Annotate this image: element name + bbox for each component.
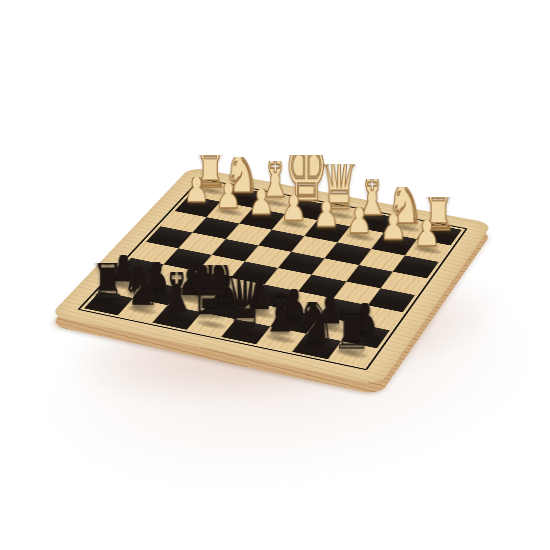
board-3d-stage: ♜♞♝♛♚♝♞♜♟♟♟♟♟♟♟♟♟♟♟♟♟♟♟♟♜♞♝♛♚♝♞♜ <box>0 0 550 550</box>
black-rook-glyph: ♜ <box>288 313 415 355</box>
white-pawn-glyph: ♟ <box>368 220 487 251</box>
product-photo-scene: ♜♞♝♛♚♝♞♜♟♟♟♟♟♟♟♟♟♟♟♟♟♟♟♟♜♞♝♛♚♝♞♜ <box>0 0 550 550</box>
chess-board: ♜♞♝♛♚♝♞♜♟♟♟♟♟♟♟♟♟♟♟♟♟♟♟♟♜♞♝♛♚♝♞♜ <box>50 167 493 385</box>
